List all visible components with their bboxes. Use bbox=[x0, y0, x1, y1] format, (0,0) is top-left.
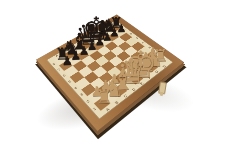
chess-board-squares: ♜♞♝♛♚♝♞♜♟♟♟♟♟♟♟♟♟♟♟♟♟♟♟♟♜♞♝♛♚♝♞♜ bbox=[54, 24, 165, 110]
white-rook[interactable]: ♜ bbox=[85, 86, 124, 107]
brass-clasp bbox=[158, 82, 167, 95]
clasp-hook bbox=[160, 92, 164, 96]
maple-border: ♜♞♝♛♚♝♞♜♟♟♟♟♟♟♟♟♟♟♟♟♟♟♟♟♜♞♝♛♚♝♞♜ AABBCCD… bbox=[46, 20, 173, 119]
black-pawn[interactable]: ♟ bbox=[50, 54, 84, 67]
board-3d: ♜♞♝♛♚♝♞♜♟♟♟♟♟♟♟♟♟♟♟♟♟♟♟♟♜♞♝♛♚♝♞♜ AABBCCD… bbox=[36, 14, 184, 131]
walnut-frame: ♜♞♝♛♚♝♞♜♟♟♟♟♟♟♟♟♟♟♟♟♟♟♟♟♜♞♝♛♚♝♞♜ AABBCCD… bbox=[36, 14, 184, 131]
product-photo: ♜♞♝♛♚♝♞♜♟♟♟♟♟♟♟♟♟♟♟♟♟♟♟♟♜♞♝♛♚♝♞♜ AABBCCD… bbox=[0, 0, 240, 150]
perspective-camera: ♜♞♝♛♚♝♞♜♟♟♟♟♟♟♟♟♟♟♟♟♟♟♟♟♜♞♝♛♚♝♞♜ AABBCCD… bbox=[54, 6, 163, 115]
